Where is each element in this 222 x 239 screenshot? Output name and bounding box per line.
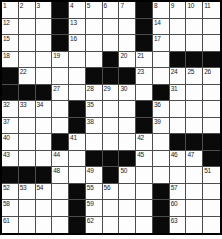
clue-number: 24 [171,68,178,75]
black-cell-10-1 [19,167,36,184]
cell-7-11[interactable] [186,118,203,135]
clue-number: 25 [187,68,194,75]
black-cell-4-6 [103,68,120,85]
black-cell-4-7 [119,68,136,85]
black-cell-8-11 [186,134,203,151]
cell-9-11[interactable]: 47 [186,151,203,168]
cell-3-8[interactable]: 21 [136,52,153,69]
cell-9-2[interactable] [36,151,53,168]
cell-6-10[interactable] [170,101,187,118]
clue-number: 6 [104,2,107,9]
clue-number: 1 [3,2,6,9]
cell-7-0[interactable]: 37 [2,118,19,135]
clue-number: 18 [3,52,10,59]
clue-number: 15 [3,35,10,42]
cell-2-12[interactable] [203,35,220,52]
crossword-board: 1234567891011121314151617181920212223242… [0,0,222,235]
cell-13-2[interactable] [36,217,53,234]
cell-8-7[interactable] [119,134,136,151]
cell-11-12[interactable] [203,184,220,201]
cell-6-0[interactable]: 32 [2,101,19,118]
cell-0-12[interactable]: 11 [203,2,220,19]
cell-0-2[interactable]: 3 [36,2,53,19]
cell-8-9[interactable] [153,134,170,151]
cell-3-0[interactable]: 18 [2,52,19,69]
cell-0-11[interactable]: 10 [186,2,203,19]
cell-12-5[interactable]: 59 [86,200,103,217]
cell-2-6[interactable] [103,35,120,52]
cell-8-2[interactable] [36,134,53,151]
cell-8-0[interactable]: 40 [2,134,19,151]
cell-3-7[interactable]: 20 [119,52,136,69]
black-cell-0-3 [52,2,69,19]
clue-number: 22 [20,68,27,75]
clue-number: 26 [204,68,211,75]
black-cell-10-6 [103,167,120,184]
black-cell-9-6 [103,151,120,168]
clue-number: 54 [37,184,44,191]
cell-3-3[interactable]: 19 [52,52,69,69]
cell-3-2[interactable] [36,52,53,69]
clue-number: 21 [137,52,144,59]
cell-10-8[interactable] [136,167,153,184]
cell-13-6[interactable] [103,217,120,234]
clue-number: 20 [120,52,127,59]
cell-13-11[interactable] [186,217,203,234]
cell-11-8[interactable] [136,184,153,201]
cell-11-1[interactable]: 53 [19,184,36,201]
cell-4-9[interactable] [153,68,170,85]
cell-6-3[interactable] [52,101,69,118]
cell-8-8[interactable]: 42 [136,134,153,151]
clue-number: 46 [171,151,178,158]
clue-number: 39 [154,118,161,125]
black-cell-5-2 [36,85,53,102]
cell-0-9[interactable]: 8 [153,2,170,19]
cell-11-5[interactable]: 55 [86,184,103,201]
black-cell-5-9 [153,85,170,102]
black-cell-4-0 [2,68,19,85]
cell-5-12[interactable] [203,85,220,102]
black-cell-8-3 [52,134,69,151]
cell-0-6[interactable]: 6 [103,2,120,19]
clue-number: 19 [53,52,60,59]
clue-number: 47 [187,151,194,158]
clue-number: 50 [120,167,127,174]
cell-4-1[interactable]: 22 [19,68,36,85]
cell-7-3[interactable] [52,118,69,135]
clue-number: 3 [37,2,40,9]
cell-3-5[interactable] [86,52,103,69]
black-cell-13-4 [69,217,86,234]
cell-12-3[interactable] [52,200,69,217]
cell-1-5[interactable] [86,19,103,36]
cell-11-2[interactable]: 54 [36,184,53,201]
cell-1-0[interactable]: 12 [2,19,19,36]
black-cell-12-9 [153,200,170,217]
black-cell-13-9 [153,217,170,234]
clue-number: 2 [20,2,23,9]
black-cell-9-5 [86,151,103,168]
cell-12-1[interactable] [19,200,36,217]
black-cell-10-0 [2,167,19,184]
cell-7-6[interactable] [103,118,120,135]
cell-5-7[interactable]: 30 [119,85,136,102]
clue-number: 53 [20,184,27,191]
cell-1-10[interactable] [170,19,187,36]
black-cell-11-4 [69,184,86,201]
cell-7-5[interactable]: 38 [86,118,103,135]
cell-13-12[interactable] [203,217,220,234]
clue-number: 63 [171,217,178,224]
cell-9-1[interactable] [19,151,36,168]
cell-10-4[interactable] [69,167,86,184]
clue-number: 52 [3,184,10,191]
black-cell-8-10 [170,134,187,151]
black-cell-9-7 [119,151,136,168]
clue-number: 37 [3,118,10,125]
clue-number: 49 [87,167,94,174]
cell-2-9[interactable]: 17 [153,35,170,52]
cell-13-5[interactable]: 62 [86,217,103,234]
cell-11-3[interactable] [52,184,69,201]
cell-0-1[interactable]: 2 [19,2,36,19]
cell-12-12[interactable] [203,200,220,217]
cell-5-4[interactable] [69,85,86,102]
cell-10-10[interactable] [170,167,187,184]
clue-number: 59 [87,200,94,207]
black-cell-11-9 [153,184,170,201]
cell-5-6[interactable]: 29 [103,85,120,102]
cell-1-1[interactable] [19,19,36,36]
cell-1-6[interactable] [103,19,120,36]
clue-number: 44 [53,151,60,158]
cell-1-12[interactable] [203,19,220,36]
clue-number: 4 [70,2,73,9]
cell-4-12[interactable]: 26 [203,68,220,85]
clue-number: 12 [3,19,10,26]
clue-number: 33 [20,101,27,108]
cell-0-7[interactable]: 7 [119,2,136,19]
cell-0-5[interactable]: 5 [86,2,103,19]
clue-number: 40 [3,134,10,141]
cell-5-8[interactable] [136,85,153,102]
cell-8-1[interactable] [19,134,36,151]
cell-1-9[interactable]: 14 [153,19,170,36]
black-cell-4-5 [86,68,103,85]
cell-9-0[interactable]: 43 [2,151,19,168]
clue-number: 38 [87,118,94,125]
cell-10-5[interactable]: 49 [86,167,103,184]
clue-number: 35 [87,101,94,108]
cell-11-6[interactable]: 56 [103,184,120,201]
clue-number: 58 [3,200,10,207]
cell-9-4[interactable] [69,151,86,168]
clue-number: 48 [53,167,60,174]
cell-7-7[interactable] [119,118,136,135]
black-cell-2-3 [52,35,69,52]
cell-2-10[interactable] [170,35,187,52]
cell-7-1[interactable] [19,118,36,135]
black-cell-7-4 [69,118,86,135]
cell-4-2[interactable] [36,68,53,85]
cell-8-5[interactable] [86,134,103,151]
black-cell-1-8 [136,19,153,36]
clue-number: 34 [37,101,44,108]
clue-number: 32 [3,101,10,108]
clue-number: 11 [204,2,210,9]
cell-4-11[interactable]: 25 [186,68,203,85]
cell-6-9[interactable]: 36 [153,101,170,118]
cell-10-3[interactable]: 48 [52,167,69,184]
page: 1234567891011121314151617181920212223242… [0,0,222,239]
cell-6-2[interactable]: 34 [36,101,53,118]
cell-1-2[interactable] [36,19,53,36]
black-cell-2-8 [136,35,153,52]
black-cell-5-0 [2,85,19,102]
cell-0-0[interactable]: 1 [2,2,19,19]
cell-5-11[interactable] [186,85,203,102]
cell-13-8[interactable] [136,217,153,234]
cell-4-8[interactable]: 23 [136,68,153,85]
cell-13-3[interactable] [52,217,69,234]
black-cell-6-4 [69,101,86,118]
cell-6-7[interactable] [119,101,136,118]
cell-4-10[interactable]: 24 [170,68,187,85]
cell-11-7[interactable] [119,184,136,201]
cell-2-1[interactable] [19,35,36,52]
cell-8-6[interactable] [103,134,120,151]
clue-number: 16 [70,35,77,42]
cell-11-11[interactable] [186,184,203,201]
cell-9-9[interactable] [153,151,170,168]
cell-6-12[interactable] [203,101,220,118]
cell-5-5[interactable]: 28 [86,85,103,102]
cell-13-10[interactable]: 63 [170,217,187,234]
cell-12-8[interactable] [136,200,153,217]
cell-7-9[interactable]: 39 [153,118,170,135]
cell-9-8[interactable]: 45 [136,151,153,168]
clue-number: 9 [171,2,174,9]
clue-number: 55 [87,184,94,191]
cell-2-7[interactable] [119,35,136,52]
cell-2-4[interactable]: 16 [69,35,86,52]
black-cell-0-8 [136,2,153,19]
black-cell-7-8 [136,118,153,135]
cell-6-6[interactable] [103,101,120,118]
cell-12-6[interactable] [103,200,120,217]
clue-number: 28 [87,85,94,92]
clue-number: 14 [154,19,161,26]
cell-3-4[interactable] [69,52,86,69]
black-cell-3-10 [170,52,187,69]
cell-2-5[interactable] [86,35,103,52]
black-cell-8-12 [203,134,220,151]
black-cell-5-1 [19,85,36,102]
cell-13-1[interactable] [19,217,36,234]
cell-2-2[interactable] [36,35,53,52]
cell-2-0[interactable]: 15 [2,35,19,52]
clue-number: 56 [104,184,111,191]
clue-number: 31 [171,85,178,92]
cell-6-5[interactable]: 35 [86,101,103,118]
black-cell-10-2 [36,167,53,184]
cell-11-10[interactable]: 57 [170,184,187,201]
cell-0-10[interactable]: 9 [170,2,187,19]
black-cell-3-12 [203,52,220,69]
clue-number: 60 [171,200,178,207]
clue-number: 29 [104,85,111,92]
clue-number: 43 [3,151,10,158]
cell-12-11[interactable] [186,200,203,217]
cell-10-11[interactable] [186,167,203,184]
cell-13-7[interactable] [119,217,136,234]
clue-number: 41 [70,134,77,141]
cell-11-0[interactable]: 52 [2,184,19,201]
cell-13-0[interactable]: 61 [2,217,19,234]
cell-4-3[interactable] [52,68,69,85]
clue-number: 13 [70,19,77,26]
cell-4-4[interactable] [69,68,86,85]
black-cell-12-4 [69,200,86,217]
cell-12-0[interactable]: 58 [2,200,19,217]
cell-3-1[interactable] [19,52,36,69]
cell-7-10[interactable] [170,118,187,135]
cell-2-11[interactable] [186,35,203,52]
cell-3-9[interactable] [153,52,170,69]
cell-6-11[interactable] [186,101,203,118]
clue-number: 8 [154,2,157,9]
cell-9-3[interactable]: 44 [52,151,69,168]
clue-number: 62 [87,217,94,224]
black-cell-3-11 [186,52,203,69]
cell-7-2[interactable] [36,118,53,135]
clue-number: 5 [87,2,90,9]
black-cell-1-3 [52,19,69,36]
clue-number: 10 [187,2,194,9]
cell-8-4[interactable]: 41 [69,134,86,151]
clue-number: 7 [120,2,123,9]
black-cell-3-6 [103,52,120,69]
cell-0-4[interactable]: 4 [69,2,86,19]
cell-6-1[interactable]: 33 [19,101,36,118]
black-cell-9-12 [203,151,220,168]
cell-12-7[interactable] [119,200,136,217]
cell-1-4[interactable]: 13 [69,19,86,36]
cell-12-2[interactable] [36,200,53,217]
cell-12-10[interactable]: 60 [170,200,187,217]
cell-10-9[interactable] [153,167,170,184]
clue-number: 57 [171,184,178,191]
cell-10-12[interactable]: 51 [203,167,220,184]
cell-9-10[interactable]: 46 [170,151,187,168]
clue-number: 51 [204,167,211,174]
cell-5-3[interactable]: 27 [52,85,69,102]
clue-number: 36 [154,101,161,108]
clue-number: 23 [137,68,144,75]
cell-1-11[interactable] [186,19,203,36]
black-cell-6-8 [136,101,153,118]
clue-number: 17 [154,35,161,42]
cell-5-10[interactable]: 31 [170,85,187,102]
cell-10-7[interactable]: 50 [119,167,136,184]
clue-number: 61 [3,217,10,224]
clue-number: 27 [53,85,60,92]
clue-number: 45 [137,151,144,158]
clue-number: 30 [120,85,127,92]
cell-7-12[interactable] [203,118,220,135]
cell-1-7[interactable] [119,19,136,36]
clue-number: 42 [137,134,144,141]
